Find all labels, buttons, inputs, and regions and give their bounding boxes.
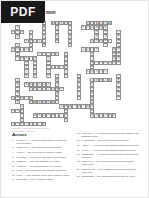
document-title-fragment: mon — [46, 10, 56, 15]
grid-cell: A — [55, 39, 59, 43]
grid-cell: T — [77, 96, 81, 100]
grid-cell: E — [94, 47, 98, 51]
grid-cell: T — [116, 96, 120, 100]
grid-cell: W — [20, 30, 24, 34]
across-clues-right-column: 21.GIRATINA — A Pokemon from Sinnoh that… — [77, 132, 141, 180]
clue-text: RESHIRAM — The Unova Pokemon of truth — [17, 146, 71, 149]
clue-text: LANDORUS — The Unova Pokemon of fertilit… — [82, 139, 142, 142]
grid-cell: W — [15, 34, 19, 38]
clue-text: LUGIA — The guardian of the Whirl Island… — [17, 174, 71, 177]
clue-item: 19.SUICUNE — The icy beast of Johto — [12, 178, 70, 181]
clue-text: HEATRAN — The Sinnoh Pokemon that repres… — [82, 160, 142, 166]
clue-item: 1.DARKRAI — A Pokemon from Sinnoh embody… — [12, 139, 70, 145]
clue-item: 3.RESHIRAM — The Unova Pokemon of truth — [12, 146, 70, 149]
footer-line: Free printable crossword — [11, 130, 49, 133]
clue-item: 27.CRESSELIA — A Pokemon from Sinnoh emb… — [77, 153, 141, 159]
grid-cell: H — [64, 74, 68, 78]
grid-footer-text: Legendary Pokemon Crossword Puzzle Free … — [11, 127, 49, 133]
grid-cell: E — [33, 74, 37, 78]
clue-item: 7.ZAPDOS — The electric legendary bird o… — [12, 156, 70, 159]
grid-cell: A — [108, 21, 112, 25]
clue-item: 24.LANDORUS — The Unova Pokemon of ferti… — [77, 139, 141, 142]
clue-text: ARCEUS — The first Pokemon ever created — [17, 165, 71, 168]
across-heading: Across — [12, 132, 27, 137]
clue-text: PALKIA — A Pokemon from Sinnoh embodying… — [82, 149, 142, 152]
grid-cell: O — [103, 69, 107, 73]
grid-cell: O — [112, 113, 116, 117]
grid-cell: H — [64, 118, 68, 122]
grid-cell: R — [103, 43, 107, 47]
grid-cell: A — [42, 122, 46, 126]
clue-text: UXIE — The knowledge lake guardian of Si… — [17, 169, 71, 172]
grid-cell: X — [46, 74, 50, 78]
clue-text: HO-OH — The lord of the Tin Tower in Joh… — [17, 151, 71, 154]
clue-text: SUICUNE — The icy beast of Johto — [17, 178, 71, 181]
clue-item: 29.REGIGIGAS — The colossal Pokemon that… — [77, 168, 141, 174]
grid-cell: G — [108, 78, 112, 82]
clue-text: GROUDON — The land-shaping Pokemon of Ho… — [82, 175, 142, 178]
clue-item: 11.ARCEUS — The first Pokemon ever creat… — [12, 165, 70, 168]
pdf-badge-label: PDF — [10, 5, 36, 19]
clue-text: AZELF — A Pokemon from Sinnoh embodying … — [82, 144, 142, 147]
clue-text: MESPRIT — The lake guardian of emotion — [17, 160, 71, 163]
pdf-format-badge: PDF — [1, 1, 45, 23]
clue-text: REGIGIGAS — The colossal Pokemon that to… — [82, 168, 142, 174]
clue-item: 10.MESPRIT — The lake guardian of emotio… — [12, 160, 70, 163]
across-clues-left-column: 1.DARKRAI — A Pokemon from Sinnoh embody… — [12, 139, 70, 183]
clue-item: 28.HEATRAN — The Sinnoh Pokemon that rep… — [77, 160, 141, 166]
grid-cell: E — [116, 61, 120, 65]
grid-cell: I — [29, 47, 33, 51]
grid-cell: M — [59, 87, 63, 91]
grid-cell: A — [42, 43, 46, 47]
clue-text: DARKRAI — A Pokemon from Sinnoh embodyin… — [17, 139, 71, 145]
crossword-grid: PAZELFDIALGADAOLKYUREMMEWVLRYONHWIKUGNGE… — [11, 21, 125, 126]
clue-item: 30.GROUDON — The land-shaping Pokemon of… — [77, 175, 141, 178]
clue-item: 16.LUGIA — The guardian of the Whirl Isl… — [12, 174, 70, 177]
grid-cell: E — [55, 52, 59, 56]
clue-item: 25.AZELF — A Pokemon from Sinnoh embodyi… — [77, 144, 141, 147]
pdf-page-thumbnail: PDF mon PAZELFDIALGADAOLKYUREMMEWVLRYONH… — [0, 0, 149, 198]
clue-item: 4.HO-OH — The lord of the Tin Tower in J… — [12, 151, 70, 154]
grid-cell: N — [68, 43, 72, 47]
clue-item: 26.PALKIA — A Pokemon from Sinnoh embody… — [77, 149, 141, 152]
clue-text: CRESSELIA — A Pokemon from Sinnoh embody… — [82, 153, 142, 159]
clue-text: ZAPDOS — The electric legendary bird of … — [17, 156, 71, 159]
clue-item: 21.GIRATINA — A Pokemon from Sinnoh that… — [77, 132, 141, 138]
grid-cell: U — [24, 74, 28, 78]
clue-text: GIRATINA — A Pokemon from Sinnoh that re… — [82, 132, 142, 138]
clue-item: 14.UXIE — The knowledge lake guardian of… — [12, 169, 70, 172]
grid-cell: T — [108, 39, 112, 43]
